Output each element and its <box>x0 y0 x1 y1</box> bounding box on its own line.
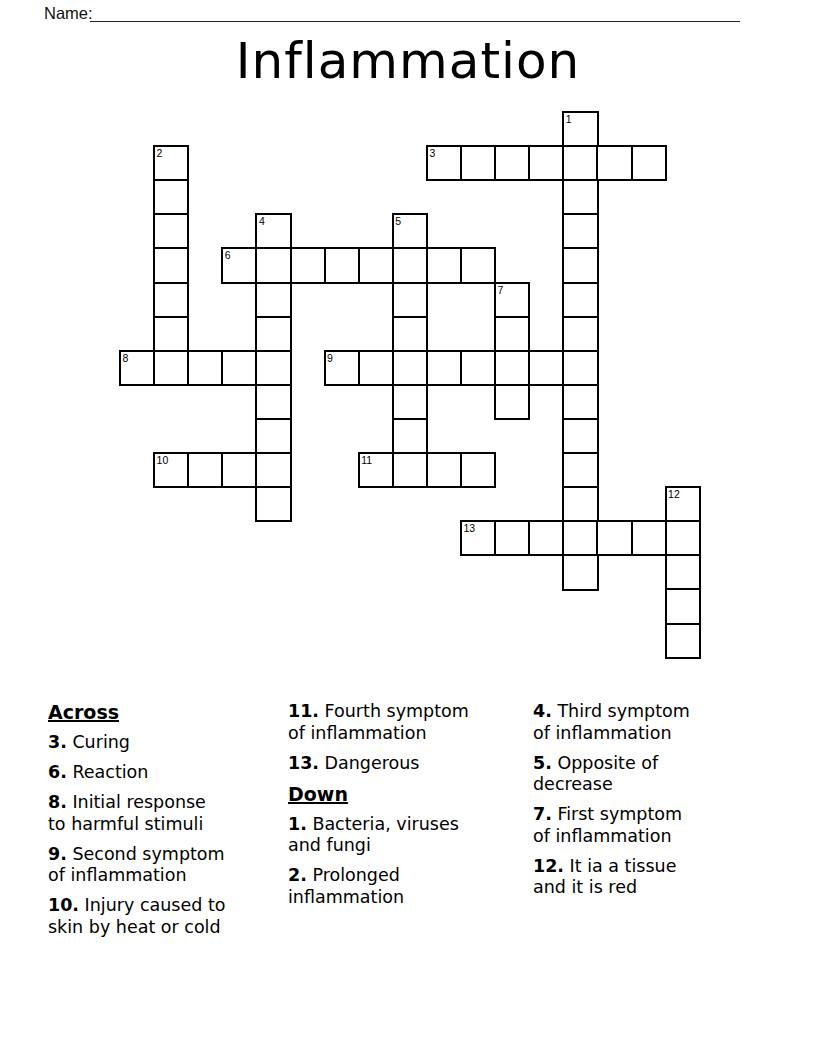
grid-cell[interactable] <box>255 418 291 454</box>
clue-number: 6. <box>48 762 67 782</box>
clue-number: 10. <box>48 895 79 915</box>
name-blank-line[interactable] <box>90 2 740 22</box>
grid-cell[interactable] <box>392 418 428 454</box>
grid-cell[interactable] <box>562 350 598 386</box>
cell-number: 6 <box>225 250 231 261</box>
clue-number: 3. <box>48 732 67 752</box>
grid-cell[interactable] <box>392 282 428 318</box>
clue-d-7: 7. First symptomof inflammation <box>533 804 775 847</box>
grid-cell[interactable] <box>255 316 291 352</box>
grid-cell[interactable] <box>528 145 564 181</box>
clue-text: Curing <box>67 732 130 752</box>
grid-cell[interactable] <box>392 452 428 488</box>
clue-number: 2. <box>288 865 307 885</box>
grid-cell[interactable] <box>221 452 257 488</box>
grid-cell[interactable] <box>562 213 598 249</box>
grid-cell[interactable] <box>392 247 428 283</box>
clue-a-8: 8. Initial responseto harmful stimuli <box>48 792 290 835</box>
grid-cell[interactable] <box>562 418 598 454</box>
grid-cell[interactable] <box>562 247 598 283</box>
grid-cell[interactable] <box>562 452 598 488</box>
clue-number: 5. <box>533 753 552 773</box>
grid-cell[interactable] <box>153 316 189 352</box>
grid-cell[interactable] <box>426 452 462 488</box>
grid-cell[interactable] <box>460 452 496 488</box>
clue-d-5: 5. Opposite ofdecrease <box>533 753 775 796</box>
cell-number: 2 <box>157 148 163 159</box>
grid-cell[interactable] <box>426 247 462 283</box>
clue-number: 13. <box>288 753 319 773</box>
grid-cell[interactable] <box>562 145 598 181</box>
grid-cell[interactable] <box>460 350 496 386</box>
clue-text: Initial responseto harmful stimuli <box>48 792 206 834</box>
clue-number: 11. <box>288 701 319 721</box>
clue-d-4: 4. Third symptomof inflammation <box>533 701 775 744</box>
clue-text: Third symptomof inflammation <box>533 701 690 743</box>
grid-cell[interactable] <box>631 145 667 181</box>
grid-cell[interactable] <box>562 554 598 590</box>
grid-cell[interactable] <box>153 282 189 318</box>
clues-column-1: Across 3. Curing6. Reaction8. Initial re… <box>48 701 290 947</box>
grid-cell[interactable] <box>494 316 530 352</box>
cell-number: 1 <box>566 114 572 125</box>
clue-a-6: 6. Reaction <box>48 762 290 784</box>
cell-number: 5 <box>395 216 401 227</box>
clue-a-3: 3. Curing <box>48 732 290 754</box>
clue-text: Bacteria, virusesand fungi <box>288 814 459 856</box>
grid-cell[interactable] <box>255 247 291 283</box>
grid-cell[interactable] <box>494 145 530 181</box>
grid-cell[interactable] <box>324 247 360 283</box>
clue-number: 9. <box>48 844 67 864</box>
crossword-grid: 12345678910111213 <box>119 111 702 657</box>
cell-number: 10 <box>157 455 169 466</box>
cell-number: 3 <box>429 148 435 159</box>
grid-cell[interactable] <box>562 282 598 318</box>
down-heading: Down <box>288 783 530 805</box>
grid-cell[interactable] <box>392 350 428 386</box>
grid-cell[interactable] <box>255 282 291 318</box>
grid-cell[interactable] <box>460 247 496 283</box>
grid-cell[interactable] <box>596 145 632 181</box>
grid-cell[interactable] <box>562 384 598 420</box>
grid-cell[interactable] <box>153 350 189 386</box>
cell-number: 4 <box>259 216 265 227</box>
clue-d-12: 12. It ia a tissueand it is red <box>533 856 775 899</box>
cell-number: 7 <box>498 285 504 296</box>
grid-cell[interactable] <box>290 247 326 283</box>
clues-column-2: 11. Fourth symptomof inflammation13. Dan… <box>288 701 530 917</box>
grid-cell[interactable] <box>358 350 394 386</box>
clue-text: First symptomof inflammation <box>533 804 682 846</box>
name-label: Name: <box>44 4 93 26</box>
grid-cell[interactable] <box>255 350 291 386</box>
grid-cell[interactable] <box>153 213 189 249</box>
cell-number: 11 <box>361 455 372 466</box>
grid-cell[interactable] <box>153 179 189 215</box>
clue-a-13: 13. Dangerous <box>288 753 530 775</box>
puzzle-title: Inflammation <box>0 32 816 90</box>
grid-cell[interactable] <box>392 316 428 352</box>
clue-number: 12. <box>533 856 564 876</box>
clue-number: 4. <box>533 701 552 721</box>
clue-d-2: 2. Prolongedinflammation <box>288 865 530 908</box>
clue-text: Reaction <box>67 762 149 782</box>
grid-cell[interactable] <box>665 623 701 659</box>
cell-number: 9 <box>327 353 333 364</box>
clue-a-9: 9. Second symptomof inflammation <box>48 844 290 887</box>
grid-cell[interactable] <box>528 350 564 386</box>
grid-cell[interactable] <box>494 350 530 386</box>
grid-cell[interactable] <box>187 452 223 488</box>
grid-cell[interactable] <box>562 520 598 556</box>
grid-cell[interactable] <box>358 247 394 283</box>
grid-cell[interactable] <box>562 316 598 352</box>
clue-text: Opposite ofdecrease <box>533 753 658 795</box>
grid-cell[interactable] <box>187 350 223 386</box>
clue-d-1: 1. Bacteria, virusesand fungi <box>288 814 530 857</box>
grid-cell[interactable] <box>221 350 257 386</box>
clue-number: 1. <box>288 814 307 834</box>
grid-cell[interactable] <box>528 520 564 556</box>
grid-cell[interactable] <box>460 145 496 181</box>
cell-number: 13 <box>464 523 476 534</box>
grid-cell[interactable] <box>631 520 667 556</box>
grid-cell[interactable] <box>153 247 189 283</box>
cell-number: 8 <box>123 353 129 364</box>
clue-a-10: 10. Injury caused toskin by heat or cold <box>48 895 290 938</box>
clue-number: 8. <box>48 792 67 812</box>
grid-cell[interactable] <box>255 452 291 488</box>
grid-cell[interactable] <box>562 179 598 215</box>
grid-cell[interactable] <box>665 554 701 590</box>
clue-a-11: 11. Fourth symptomof inflammation <box>288 701 530 744</box>
clue-text: Second symptomof inflammation <box>48 844 225 886</box>
grid-cell[interactable] <box>426 350 462 386</box>
grid-cell[interactable] <box>665 588 701 624</box>
grid-cell[interactable] <box>494 520 530 556</box>
across-heading: Across <box>48 701 290 723</box>
grid-cell[interactable] <box>255 384 291 420</box>
grid-cell[interactable] <box>596 520 632 556</box>
grid-cell[interactable] <box>255 486 291 522</box>
clues-column-3: 4. Third symptomof inflammation5. Opposi… <box>533 701 775 907</box>
clue-number: 7. <box>533 804 552 824</box>
grid-cell[interactable] <box>562 486 598 522</box>
clue-text: Dangerous <box>319 753 419 773</box>
grid-cell[interactable] <box>494 384 530 420</box>
grid-cell[interactable] <box>392 384 428 420</box>
cell-number: 12 <box>668 489 680 500</box>
grid-cell[interactable] <box>665 520 701 556</box>
